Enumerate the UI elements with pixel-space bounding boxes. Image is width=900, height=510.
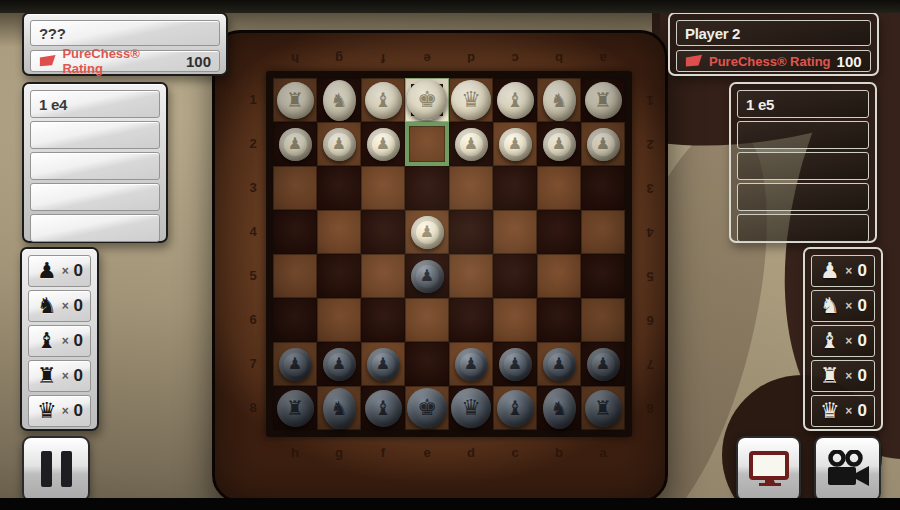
pawn-glyph: ♟ <box>552 356 566 372</box>
pawn-glyph: ♟ <box>376 136 390 152</box>
player2-captured-tray: ♟×0♞×0♝×0♜×0♛×0 <box>803 247 883 431</box>
piece-white-rook-h1[interactable]: ♜ <box>277 82 314 119</box>
square-b2[interactable]: ♟ <box>537 122 581 166</box>
piece-black-pawn-a7[interactable]: ♟ <box>587 348 620 381</box>
rank-label-left-5: 5 <box>241 254 265 298</box>
piece-black-pawn-f7[interactable]: ♟ <box>367 348 400 381</box>
pawn-glyph: ♟ <box>288 136 302 152</box>
rank-label-left-6: 6 <box>241 298 265 342</box>
file-label-bottom-g: g <box>317 445 361 460</box>
player2-info-panel: Player 2 PureChess® Rating 100 <box>668 12 879 76</box>
rank-label-right-7: 7 <box>638 342 662 386</box>
piece-white-pawn-d2[interactable]: ♟ <box>455 128 488 161</box>
rank-label-right-8: 8 <box>638 386 662 430</box>
square-a8[interactable]: ♜ <box>581 386 625 430</box>
board-grid: ♜♞♝♚♛♝♞♜♟♟♟♟♟♟♟♟♟♟♟♟♟♟♟♟♜♞♝♚♛♝♞♜ <box>273 78 625 430</box>
queen-icon: ♛ <box>820 400 840 422</box>
rank-label-right-2: 2 <box>638 122 662 166</box>
piece-white-queen-d1[interactable]: ♛ <box>451 80 491 120</box>
captured-count: 0 <box>74 261 82 281</box>
file-label-top-b: b <box>537 51 581 66</box>
square-c7[interactable]: ♟ <box>493 342 537 386</box>
square-e4[interactable]: ♟ <box>405 210 449 254</box>
rank-label-left-3: 3 <box>241 166 265 210</box>
captured-row-rook: ♜×0 <box>811 360 875 392</box>
piece-white-pawn-e4[interactable]: ♟ <box>411 216 444 249</box>
bishop-icon: ♝ <box>820 330 840 352</box>
file-label-top-h: h <box>273 51 317 66</box>
move-row-3 <box>737 152 869 180</box>
top-letterbox-strip <box>0 0 900 13</box>
square-d3[interactable] <box>449 166 493 210</box>
file-label-bottom-a: a <box>581 445 625 460</box>
times-symbol: × <box>62 369 69 383</box>
piece-black-pawn-e5[interactable]: ♟ <box>411 260 444 293</box>
square-d8[interactable]: ♛ <box>449 386 493 430</box>
piece-black-pawn-b7[interactable]: ♟ <box>543 348 576 381</box>
player2-rating-label: PureChess® Rating <box>709 54 831 69</box>
square-c4[interactable] <box>493 210 537 254</box>
move-row-4 <box>30 183 160 211</box>
captured-count: 0 <box>74 296 82 316</box>
player1-info-panel: ??? PureChess® Rating 100 <box>22 12 228 76</box>
file-label-bottom-h: h <box>273 445 317 460</box>
square-h4[interactable] <box>273 210 317 254</box>
bishop-glyph: ♝ <box>374 90 392 110</box>
square-g6[interactable] <box>317 298 361 342</box>
square-g4[interactable] <box>317 210 361 254</box>
bishop-glyph: ♝ <box>506 90 524 110</box>
times-symbol: × <box>845 334 852 348</box>
captured-count: 0 <box>74 401 82 421</box>
piece-black-pawn-g7[interactable]: ♟ <box>323 348 356 381</box>
times-symbol: × <box>62 334 69 348</box>
piece-white-bishop-c1[interactable]: ♝ <box>497 82 534 119</box>
captured-count: 0 <box>74 366 82 386</box>
square-a2[interactable]: ♟ <box>581 122 625 166</box>
square-c5[interactable] <box>493 254 537 298</box>
captured-row-pawn: ♟×0 <box>811 255 875 287</box>
square-b1[interactable]: ♞ <box>537 78 581 122</box>
pawn-glyph: ♟ <box>464 356 478 372</box>
knight-glyph: ♞ <box>550 399 567 418</box>
rank-label-right-3: 3 <box>638 166 662 210</box>
square-e8[interactable]: ♚ <box>405 386 449 430</box>
piece-black-pawn-h7[interactable]: ♟ <box>279 348 312 381</box>
piece-white-bishop-f1[interactable]: ♝ <box>365 82 402 119</box>
knight-icon: ♞ <box>820 295 840 317</box>
times-symbol: × <box>845 369 852 383</box>
pawn-glyph: ♟ <box>376 356 390 372</box>
monitor-icon <box>747 450 791 488</box>
rook-glyph: ♜ <box>286 398 304 418</box>
rank-label-left-8: 8 <box>241 386 265 430</box>
square-g8[interactable]: ♞ <box>317 386 361 430</box>
queen-icon: ♛ <box>37 400 57 422</box>
rank-label-left-4: 4 <box>241 210 265 254</box>
times-symbol: × <box>845 404 852 418</box>
square-e2[interactable] <box>405 122 449 166</box>
knight-glyph: ♞ <box>330 91 347 110</box>
file-label-top-c: c <box>493 51 537 66</box>
pawn-glyph: ♟ <box>552 136 566 152</box>
square-b7[interactable]: ♟ <box>537 342 581 386</box>
square-e1[interactable]: ♚ <box>405 78 449 122</box>
captured-count: 0 <box>858 401 866 421</box>
move-row-1: 1 e5 <box>737 90 869 118</box>
file-label-top-e: e <box>405 51 449 66</box>
times-symbol: × <box>62 404 69 418</box>
square-c2[interactable]: ♟ <box>493 122 537 166</box>
captured-row-queen: ♛×0 <box>811 395 875 427</box>
knight-icon: ♞ <box>37 295 57 317</box>
rank-label-right-4: 4 <box>638 210 662 254</box>
piece-black-rook-a8[interactable]: ♜ <box>585 390 622 427</box>
movie-camera-icon <box>825 450 871 488</box>
captured-count: 0 <box>858 366 866 386</box>
file-label-top-a: a <box>581 51 625 66</box>
square-d6[interactable] <box>449 298 493 342</box>
rank-label-left-2: 2 <box>241 122 265 166</box>
player1-name: ??? <box>30 20 220 46</box>
bishop-glyph: ♝ <box>374 398 392 418</box>
piece-black-bishop-f8[interactable]: ♝ <box>365 390 402 427</box>
square-f7[interactable]: ♟ <box>361 342 405 386</box>
piece-black-rook-h8[interactable]: ♜ <box>277 390 314 427</box>
player1-rating-label: PureChess® Rating <box>62 46 180 76</box>
rook-glyph: ♜ <box>286 90 304 110</box>
pawn-icon: ♟ <box>820 260 840 282</box>
captured-row-queen: ♛×0 <box>28 395 91 427</box>
rank-label-right-5: 5 <box>638 254 662 298</box>
square-f8[interactable]: ♝ <box>361 386 405 430</box>
pawn-glyph: ♟ <box>464 136 478 152</box>
piece-white-pawn-h2[interactable]: ♟ <box>279 128 312 161</box>
square-d7[interactable]: ♟ <box>449 342 493 386</box>
queen-glyph: ♛ <box>461 397 481 419</box>
square-h2[interactable]: ♟ <box>273 122 317 166</box>
king-glyph: ♚ <box>417 89 437 111</box>
rating-flag-icon <box>685 54 703 68</box>
rank-label-left-1: 1 <box>241 78 265 122</box>
square-h7[interactable]: ♟ <box>273 342 317 386</box>
player2-move-list: 1 e5 <box>729 82 877 243</box>
square-g3[interactable] <box>317 166 361 210</box>
captured-row-bishop: ♝×0 <box>811 325 875 357</box>
times-symbol: × <box>845 299 852 313</box>
move-row-2 <box>30 121 160 149</box>
rook-icon: ♜ <box>37 365 57 387</box>
piece-white-king-e1[interactable]: ♚ <box>407 80 447 120</box>
pawn-glyph: ♟ <box>332 136 346 152</box>
bottom-letterbox-strip <box>0 498 900 510</box>
square-b6[interactable] <box>537 298 581 342</box>
replay-camera-button[interactable] <box>814 436 881 502</box>
square-c3[interactable] <box>493 166 537 210</box>
pawn-glyph: ♟ <box>508 356 522 372</box>
monitor-view-button[interactable] <box>736 436 801 502</box>
square-g5[interactable] <box>317 254 361 298</box>
square-f6[interactable] <box>361 298 405 342</box>
square-b5[interactable] <box>537 254 581 298</box>
square-h5[interactable] <box>273 254 317 298</box>
square-f4[interactable] <box>361 210 405 254</box>
square-f3[interactable] <box>361 166 405 210</box>
pawn-glyph: ♟ <box>596 136 610 152</box>
pawn-glyph: ♟ <box>596 356 610 372</box>
square-f2[interactable]: ♟ <box>361 122 405 166</box>
square-g7[interactable]: ♟ <box>317 342 361 386</box>
pawn-glyph: ♟ <box>420 224 434 240</box>
square-e7[interactable] <box>405 342 449 386</box>
pawn-glyph: ♟ <box>420 268 434 284</box>
square-a3[interactable] <box>581 166 625 210</box>
file-label-bottom-c: c <box>493 445 537 460</box>
times-symbol: × <box>62 264 69 278</box>
rook-icon: ♜ <box>820 365 840 387</box>
square-b3[interactable] <box>537 166 581 210</box>
file-label-bottom-e: e <box>405 445 449 460</box>
rating-flag-icon <box>39 54 56 68</box>
player2-rating-value: 100 <box>837 53 862 70</box>
captured-row-pawn: ♟×0 <box>28 255 91 287</box>
player1-rating-value: 100 <box>186 53 211 70</box>
square-f5[interactable] <box>361 254 405 298</box>
piece-black-knight-g8[interactable]: ♞ <box>323 388 356 429</box>
piece-white-knight-g1[interactable]: ♞ <box>323 80 356 121</box>
player2-name: Player 2 <box>676 20 871 46</box>
move-row-2 <box>737 121 869 149</box>
piece-white-pawn-c2[interactable]: ♟ <box>499 128 532 161</box>
square-a1[interactable]: ♜ <box>581 78 625 122</box>
square-h1[interactable]: ♜ <box>273 78 317 122</box>
rook-glyph: ♜ <box>594 398 612 418</box>
chess-board: ♜♞♝♚♛♝♞♜♟♟♟♟♟♟♟♟♟♟♟♟♟♟♟♟♜♞♝♚♛♝♞♜ hhggffe… <box>212 30 668 503</box>
square-h6[interactable] <box>273 298 317 342</box>
pawn-glyph: ♟ <box>332 356 346 372</box>
rook-glyph: ♜ <box>594 90 612 110</box>
knight-glyph: ♞ <box>550 91 567 110</box>
move-row-5 <box>30 214 160 242</box>
piece-black-knight-b8[interactable]: ♞ <box>543 388 576 429</box>
captured-count: 0 <box>858 296 866 316</box>
rank-label-right-6: 6 <box>638 298 662 342</box>
captured-count: 0 <box>74 331 82 351</box>
piece-white-rook-a1[interactable]: ♜ <box>585 82 622 119</box>
square-c6[interactable] <box>493 298 537 342</box>
file-label-top-d: d <box>449 51 493 66</box>
times-symbol: × <box>845 264 852 278</box>
piece-white-pawn-b2[interactable]: ♟ <box>543 128 576 161</box>
piece-black-king-e8[interactable]: ♚ <box>407 388 447 428</box>
bishop-glyph: ♝ <box>506 398 524 418</box>
player2-rating-row: PureChess® Rating 100 <box>676 50 871 72</box>
square-h8[interactable]: ♜ <box>273 386 317 430</box>
piece-white-pawn-g2[interactable]: ♟ <box>323 128 356 161</box>
file-label-bottom-f: f <box>361 445 405 460</box>
file-label-top-f: f <box>361 51 405 66</box>
captured-row-bishop: ♝×0 <box>28 325 91 357</box>
square-h3[interactable] <box>273 166 317 210</box>
move-row-4 <box>737 183 869 211</box>
captured-row-rook: ♜×0 <box>28 360 91 392</box>
piece-white-pawn-f2[interactable]: ♟ <box>367 128 400 161</box>
square-d2[interactable]: ♟ <box>449 122 493 166</box>
file-label-bottom-d: d <box>449 445 493 460</box>
knight-glyph: ♞ <box>330 399 347 418</box>
rank-label-left-7: 7 <box>241 342 265 386</box>
square-a6[interactable] <box>581 298 625 342</box>
piece-black-pawn-c7[interactable]: ♟ <box>499 348 532 381</box>
captured-count: 0 <box>858 331 866 351</box>
captured-row-knight: ♞×0 <box>28 290 91 322</box>
piece-black-bishop-c8[interactable]: ♝ <box>497 390 534 427</box>
pawn-glyph: ♟ <box>288 356 302 372</box>
pause-button[interactable] <box>22 436 90 502</box>
player1-rating-row: PureChess® Rating 100 <box>30 50 220 72</box>
square-g2[interactable]: ♟ <box>317 122 361 166</box>
square-b8[interactable]: ♞ <box>537 386 581 430</box>
file-label-top-g: g <box>317 51 361 66</box>
square-b4[interactable] <box>537 210 581 254</box>
king-glyph: ♚ <box>417 397 437 419</box>
file-label-bottom-b: b <box>537 445 581 460</box>
square-d4[interactable] <box>449 210 493 254</box>
player1-move-list: 1 e4 <box>22 82 168 243</box>
piece-white-pawn-a2[interactable]: ♟ <box>587 128 620 161</box>
piece-white-knight-b1[interactable]: ♞ <box>543 80 576 121</box>
square-d5[interactable] <box>449 254 493 298</box>
captured-row-knight: ♞×0 <box>811 290 875 322</box>
square-a7[interactable]: ♟ <box>581 342 625 386</box>
square-g1[interactable]: ♞ <box>317 78 361 122</box>
move-row-5 <box>737 214 869 242</box>
square-d1[interactable]: ♛ <box>449 78 493 122</box>
piece-black-pawn-d7[interactable]: ♟ <box>455 348 488 381</box>
square-a5[interactable] <box>581 254 625 298</box>
move-row-3 <box>30 152 160 180</box>
move-row-1: 1 e4 <box>30 90 160 118</box>
pawn-glyph: ♟ <box>508 136 522 152</box>
captured-count: 0 <box>858 261 866 281</box>
square-e5[interactable]: ♟ <box>405 254 449 298</box>
square-f1[interactable]: ♝ <box>361 78 405 122</box>
square-a4[interactable] <box>581 210 625 254</box>
rank-label-right-1: 1 <box>638 78 662 122</box>
square-e6[interactable] <box>405 298 449 342</box>
times-symbol: × <box>62 299 69 313</box>
queen-glyph: ♛ <box>461 89 481 111</box>
bishop-icon: ♝ <box>37 330 57 352</box>
square-c1[interactable]: ♝ <box>493 78 537 122</box>
piece-black-queen-d8[interactable]: ♛ <box>451 388 491 428</box>
square-c8[interactable]: ♝ <box>493 386 537 430</box>
pause-icon <box>41 451 72 487</box>
player1-captured-tray: ♟×0♞×0♝×0♜×0♛×0 <box>20 247 99 431</box>
pawn-icon: ♟ <box>37 260 57 282</box>
square-e3[interactable] <box>405 166 449 210</box>
